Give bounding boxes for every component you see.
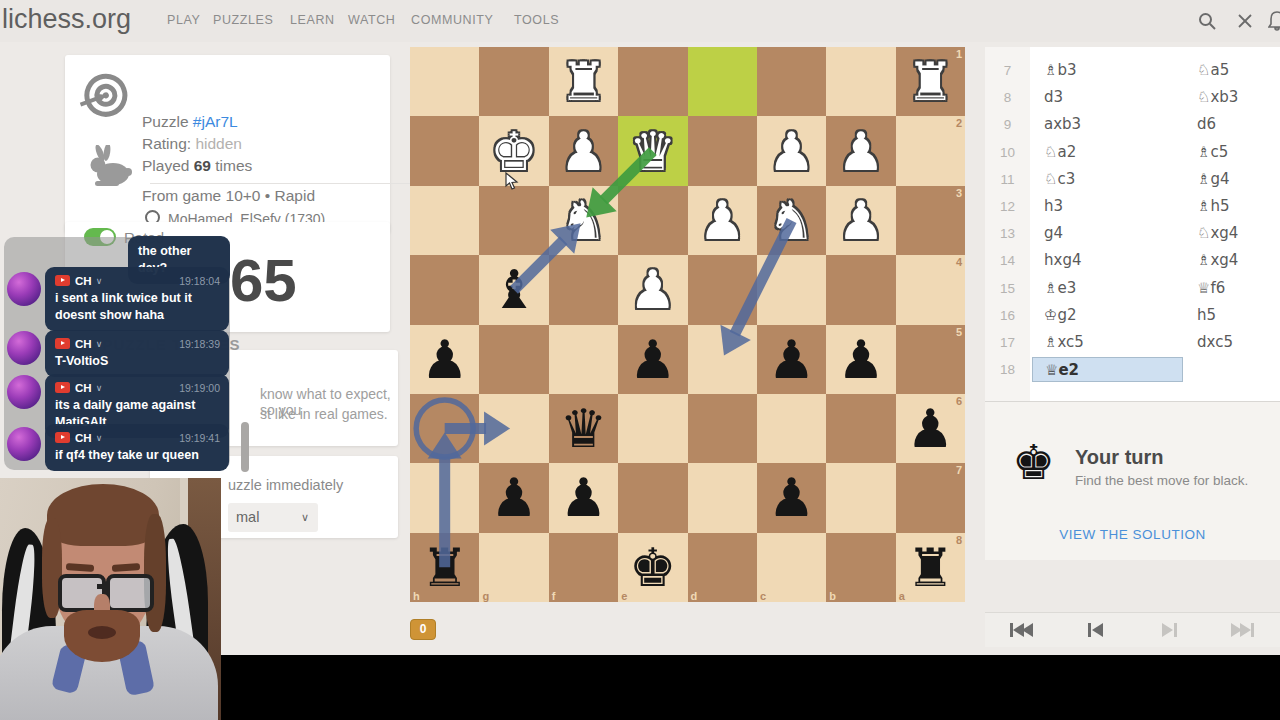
move-list: 7♗b3♘a58d3♘xb39axb3d610♘a2♗c511♘c3♗g412h… [985, 47, 1280, 401]
move-row-7: 7♗b3♘a5 [985, 57, 1280, 84]
black-queen-f6[interactable]: ♛ [549, 394, 618, 463]
move-black-7[interactable]: ♘a5 [1183, 58, 1280, 83]
black-pawn-f7[interactable]: ♟ [549, 463, 618, 532]
move-white-17[interactable]: ♗xc5 [1030, 330, 1183, 355]
difficulty-select[interactable]: mal∨ [228, 503, 318, 532]
search-icon[interactable] [1198, 12, 1217, 31]
rank-label-7: 7 [956, 464, 962, 476]
top-nav: lichess.org PLAYPUZZLESLEARNWATCHCOMMUNI… [0, 0, 1280, 42]
square-c5[interactable]: ♟ [757, 325, 826, 394]
square-h2[interactable] [410, 116, 479, 185]
move-white-9[interactable]: axb3 [1030, 112, 1183, 137]
file-label-f: f [552, 590, 556, 602]
glasses-bridge [97, 584, 107, 589]
square-h6[interactable] [410, 394, 479, 463]
square-b4[interactable] [826, 255, 895, 324]
chat-avatar [7, 272, 41, 306]
nav-item-puzzles[interactable]: PUZZLES [213, 13, 273, 27]
lichess-logo[interactable]: lichess.org [2, 4, 131, 35]
square-g5[interactable] [479, 325, 548, 394]
black-pawn-h5[interactable]: ♟ [410, 325, 479, 394]
move-white-13[interactable]: g4 [1030, 221, 1183, 246]
black-king-e8[interactable]: ♚ [618, 533, 687, 602]
chat-timestamp: 19:19:41 [179, 432, 220, 444]
screen: lichess.org PLAYPUZZLESLEARNWATCHCOMMUNI… [0, 0, 1280, 720]
white-pawn-c2[interactable]: ♟ [757, 116, 826, 185]
square-d7[interactable] [688, 463, 757, 532]
square-d3[interactable]: ♟ [688, 186, 757, 255]
square-h1[interactable] [410, 47, 479, 116]
your-turn-title: Your turn [1075, 446, 1164, 469]
black-pawn-b5[interactable]: ♟ [826, 325, 895, 394]
move-black-11[interactable]: ♗g4 [1183, 167, 1280, 192]
nav-item-learn[interactable]: LEARN [290, 13, 335, 27]
move-row-10: 10♘a2♗c5 [985, 139, 1280, 166]
youtube-icon [55, 382, 70, 393]
chevron-down-icon[interactable]: ∨ [96, 276, 103, 286]
move-number: 17 [985, 335, 1030, 350]
replay-controls [985, 612, 1280, 647]
square-c2[interactable]: ♟ [757, 116, 826, 185]
square-f5[interactable] [549, 325, 618, 394]
move-row-12: 12h3♗h5 [985, 193, 1280, 220]
move-black-14[interactable]: ♗xg4 [1183, 248, 1280, 273]
youtube-icon [55, 338, 70, 349]
move-row-9: 9axb3d6 [985, 111, 1280, 138]
square-g8[interactable]: g [479, 533, 548, 602]
white-pawn-f2[interactable]: ♟ [549, 116, 618, 185]
move-white-12[interactable]: h3 [1030, 194, 1183, 219]
overlay-counter-badge: 0 [410, 619, 436, 640]
square-d5[interactable] [688, 325, 757, 394]
move-number: 12 [985, 199, 1030, 214]
square-c1[interactable] [757, 47, 826, 116]
move-black-10[interactable]: ♗c5 [1183, 140, 1280, 165]
next-move-button[interactable] [1133, 613, 1207, 647]
your-turn-panel: ♚ Your turn Find the best move for black… [985, 402, 1280, 560]
move-row-14: 14hxg4♗xg4 [985, 247, 1280, 274]
white-rook-a1[interactable]: ♜ [896, 47, 965, 116]
nav-item-play[interactable]: PLAY [167, 13, 200, 27]
white-queen-e2[interactable]: ♛ [618, 116, 687, 185]
move-white-7[interactable]: ♗b3 [1030, 58, 1183, 83]
square-f3[interactable]: ♞ [549, 186, 618, 255]
square-e6[interactable] [618, 394, 687, 463]
rank-label-4: 4 [956, 256, 962, 268]
move-black-12[interactable]: ♗h5 [1183, 194, 1280, 219]
rank-label-3: 3 [956, 187, 962, 199]
move-row-15: 15♗e3♕f6 [985, 275, 1280, 302]
puzzle-rating: Rating: hidden [142, 135, 242, 153]
square-h4[interactable] [410, 255, 479, 324]
move-row-16: 16♔g2h5 [985, 302, 1280, 329]
rank-label-5: 5 [956, 326, 962, 338]
chat-avatar [7, 331, 41, 365]
black-pawn-e5[interactable]: ♟ [618, 325, 687, 394]
square-g1[interactable] [479, 47, 548, 116]
square-c8[interactable]: c [757, 533, 826, 602]
square-h7[interactable] [410, 463, 479, 532]
glasses-right-lens [106, 574, 154, 612]
white-pawn-e4[interactable]: ♟ [618, 255, 687, 324]
chat-message: CH∨19:19:41if qf4 they take ur queen [45, 424, 229, 471]
black-rook-a8[interactable]: ♜ [896, 533, 965, 602]
view-solution-link[interactable]: VIEW THE SOLUTION [985, 527, 1280, 542]
file-label-c: c [760, 590, 766, 602]
chat-timestamp: 19:18:39 [179, 338, 220, 350]
square-e1[interactable] [618, 47, 687, 116]
move-black-15[interactable]: ♕f6 [1183, 276, 1280, 301]
white-pawn-b3[interactable]: ♟ [826, 186, 895, 255]
move-row-11: 11♘c3♗g4 [985, 166, 1280, 193]
white-pawn-b2[interactable]: ♟ [826, 116, 895, 185]
puzzle-played: Played 69 times [142, 157, 252, 175]
theme-desc-line2: st like in real games. [260, 406, 388, 422]
move-number: 8 [985, 90, 1030, 105]
nav-item-watch[interactable]: WATCH [348, 13, 395, 27]
white-knight-c3[interactable]: ♞ [757, 186, 826, 255]
move-white-10[interactable]: ♘a2 [1030, 140, 1183, 165]
black-pawn-g7[interactable]: ♟ [479, 463, 548, 532]
move-number: 9 [985, 117, 1030, 132]
square-f8[interactable]: f [549, 533, 618, 602]
chat-avatar [7, 375, 41, 409]
move-row-13: 13g4♘xg4 [985, 220, 1280, 247]
rapid-rabbit-icon [85, 145, 133, 187]
first-move-button[interactable] [985, 613, 1059, 647]
square-g7[interactable]: ♟ [479, 463, 548, 532]
move-row-18: 18♕e2 [985, 356, 1280, 383]
square-a7[interactable]: 7 [896, 463, 965, 532]
move-number: 7 [985, 63, 1030, 78]
move-black-18[interactable] [1183, 357, 1280, 382]
first-move-icon [1009, 622, 1034, 638]
puzzle-info-card: Puzzle #jAr7L Rating: hidden Played 69 t… [65, 55, 390, 233]
square-a2[interactable]: 2 [896, 116, 965, 185]
next-puzzle-immediately-label: uzzle immediately [228, 477, 343, 493]
puzzle-title: Puzzle #jAr7L [142, 113, 238, 131]
chat-channel: CH [75, 382, 92, 394]
square-h8[interactable]: h♜ [410, 533, 479, 602]
square-b3[interactable]: ♟ [826, 186, 895, 255]
square-e5[interactable]: ♟ [618, 325, 687, 394]
move-number: 11 [985, 172, 1030, 187]
white-knight-f3[interactable]: ♞ [549, 186, 618, 255]
person-mouth [88, 626, 116, 639]
puzzle-id-link[interactable]: #jAr7L [193, 113, 238, 130]
move-number: 10 [985, 145, 1030, 160]
square-a4[interactable]: 4 [896, 255, 965, 324]
move-white-15[interactable]: ♗e3 [1030, 276, 1183, 301]
file-label-d: d [691, 590, 698, 602]
nav-item-community[interactable]: COMMUNITY [411, 13, 493, 27]
chat-message: CH∨19:18:39T-VoltioS [45, 330, 229, 377]
file-label-g: g [482, 590, 489, 602]
move-number: 15 [985, 281, 1030, 296]
chat-channel: CH [75, 338, 92, 350]
square-f7[interactable]: ♟ [549, 463, 618, 532]
square-b7[interactable] [826, 463, 895, 532]
square-a6[interactable]: 6♟ [896, 394, 965, 463]
rank-label-2: 2 [956, 117, 962, 129]
black-bishop-g4[interactable]: ♝ [479, 255, 548, 324]
previous-move-button[interactable] [1059, 613, 1133, 647]
move-number: 16 [985, 308, 1030, 323]
square-d1[interactable] [688, 47, 757, 116]
square-b5[interactable]: ♟ [826, 325, 895, 394]
scrollbar[interactable] [241, 422, 249, 472]
square-f2[interactable]: ♟ [549, 116, 618, 185]
square-a8[interactable]: 8a♜ [896, 533, 965, 602]
youtube-icon [55, 432, 70, 443]
previous-move-icon [1083, 622, 1108, 638]
square-c4[interactable] [757, 255, 826, 324]
move-number: 18 [985, 362, 1030, 377]
last-move-icon [1231, 622, 1256, 638]
next-move-icon [1157, 622, 1182, 638]
chat-channel: CH [75, 275, 92, 287]
chat-avatar [7, 427, 41, 461]
divider [150, 183, 435, 184]
move-number: 14 [985, 253, 1030, 268]
square-g4[interactable]: ♝ [479, 255, 548, 324]
square-c3[interactable]: ♞ [757, 186, 826, 255]
chess-board[interactable]: ♜1♜♚♟♛♟♟2♞♟♞♟3♝♟4♟♟♟♟5♛6♟♟♟♟7h♜gfe♚dcb8a… [410, 47, 965, 602]
move-black-16[interactable]: h5 [1183, 303, 1280, 328]
person-hair [47, 484, 159, 546]
square-d8[interactable]: d [688, 533, 757, 602]
square-e7[interactable] [618, 463, 687, 532]
black-pawn-c5[interactable]: ♟ [757, 325, 826, 394]
close-icon[interactable] [1237, 13, 1253, 29]
target-icon [79, 71, 129, 121]
move-row-8: 8d3♘xb3 [985, 84, 1280, 111]
black-rook-h8[interactable]: ♜ [410, 533, 479, 602]
person-hair-right [144, 514, 166, 632]
square-f6[interactable]: ♛ [549, 394, 618, 463]
move-white-8[interactable]: d3 [1030, 85, 1183, 110]
file-label-b: b [829, 590, 836, 602]
chat-timestamp: 19:18:04 [179, 275, 220, 287]
chevron-down-icon: ∨ [301, 503, 309, 532]
move-black-8[interactable]: ♘xb3 [1183, 85, 1280, 110]
square-d6[interactable] [688, 394, 757, 463]
move-row-17: 17♗xc5dxc5 [985, 329, 1280, 356]
square-a1[interactable]: 1♜ [896, 47, 965, 116]
chat-timestamp: 19:19:00 [179, 382, 220, 394]
youtube-icon [55, 275, 70, 286]
move-number: 13 [985, 226, 1030, 241]
square-g3[interactable] [479, 186, 548, 255]
chat-message: CH∨19:18:04i sent a link twice but it do… [45, 267, 229, 331]
square-a3[interactable]: 3 [896, 186, 965, 255]
last-move-button[interactable] [1206, 613, 1280, 647]
chat-text: T-VoltioS [55, 353, 220, 370]
move-black-9[interactable]: d6 [1183, 112, 1280, 137]
nav-item-tools[interactable]: TOOLS [514, 13, 559, 27]
mouse-cursor [505, 172, 521, 190]
black-king-icon: ♚ [1012, 434, 1055, 490]
black-pawn-a6[interactable]: ♟ [896, 394, 965, 463]
chevron-down-icon[interactable]: ∨ [96, 383, 103, 393]
webcam-feed [0, 478, 221, 720]
move-white-14[interactable]: hxg4 [1030, 248, 1183, 273]
square-e2[interactable]: ♛ [618, 116, 687, 185]
move-white-11[interactable]: ♘c3 [1030, 167, 1183, 192]
your-turn-subtitle: Find the best move for black. [1075, 473, 1248, 488]
square-e4[interactable]: ♟ [618, 255, 687, 324]
square-b6[interactable] [826, 394, 895, 463]
move-white-16[interactable]: ♔g2 [1030, 303, 1183, 328]
square-c6[interactable] [757, 394, 826, 463]
square-b1[interactable] [826, 47, 895, 116]
square-e8[interactable]: e♚ [618, 533, 687, 602]
white-rook-f1[interactable]: ♜ [549, 47, 618, 116]
square-d4[interactable] [688, 255, 757, 324]
square-c7[interactable]: ♟ [757, 463, 826, 532]
from-game: From game 10+0 • Rapid [142, 187, 315, 205]
square-b8[interactable]: b [826, 533, 895, 602]
white-pawn-d3[interactable]: ♟ [688, 186, 757, 255]
move-white-18[interactable]: ♕e2 [1032, 357, 1183, 382]
square-h5[interactable]: ♟ [410, 325, 479, 394]
big-number: 65 [230, 246, 297, 315]
black-pawn-c7[interactable]: ♟ [757, 463, 826, 532]
square-f4[interactable] [549, 255, 618, 324]
square-b2[interactable]: ♟ [826, 116, 895, 185]
chat-channel: CH [75, 432, 92, 444]
chevron-down-icon[interactable]: ∨ [96, 433, 103, 443]
chat-text: if qf4 they take ur queen [55, 447, 220, 464]
square-a5[interactable]: 5 [896, 325, 965, 394]
square-f1[interactable]: ♜ [549, 47, 618, 116]
square-e3[interactable] [618, 186, 687, 255]
square-g6[interactable] [479, 394, 548, 463]
chat-text: i sent a link twice but it doesnt show h… [55, 290, 220, 324]
square-d2[interactable] [688, 116, 757, 185]
move-black-13[interactable]: ♘xg4 [1183, 221, 1280, 246]
chevron-down-icon[interactable]: ∨ [96, 339, 103, 349]
move-black-17[interactable]: dxc5 [1183, 330, 1280, 355]
bell-icon[interactable] [1268, 11, 1280, 31]
square-h3[interactable] [410, 186, 479, 255]
